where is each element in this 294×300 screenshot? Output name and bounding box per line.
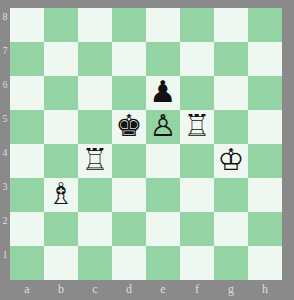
square-c2[interactable] bbox=[78, 212, 112, 246]
square-g4[interactable]: ♔ bbox=[214, 144, 248, 178]
square-b5[interactable] bbox=[44, 110, 78, 144]
square-c4[interactable]: ♖ bbox=[78, 144, 112, 178]
rank-label-7: 7 bbox=[0, 42, 10, 76]
file-label-a: a bbox=[10, 280, 44, 300]
piece-black-pawn: ♟ bbox=[150, 75, 177, 109]
file-label-b: b bbox=[44, 280, 78, 300]
square-b1[interactable] bbox=[44, 246, 78, 280]
square-f4[interactable] bbox=[180, 144, 214, 178]
chessboard-frame: 87654321 ♟♚♙♖♖♔♗ abcdefgh bbox=[0, 0, 294, 300]
square-d6[interactable] bbox=[112, 76, 146, 110]
file-labels: abcdefgh bbox=[10, 280, 282, 300]
file-label-f: f bbox=[180, 280, 214, 300]
square-b4[interactable] bbox=[44, 144, 78, 178]
rank-label-3: 3 bbox=[0, 178, 10, 212]
rank-label-1: 1 bbox=[0, 246, 10, 280]
square-b7[interactable] bbox=[44, 42, 78, 76]
square-c5[interactable] bbox=[78, 110, 112, 144]
square-g7[interactable] bbox=[214, 42, 248, 76]
square-g2[interactable] bbox=[214, 212, 248, 246]
square-h7[interactable] bbox=[248, 42, 282, 76]
rank-label-2: 2 bbox=[0, 212, 10, 246]
square-f1[interactable] bbox=[180, 246, 214, 280]
square-c6[interactable] bbox=[78, 76, 112, 110]
square-a7[interactable] bbox=[10, 42, 44, 76]
square-c8[interactable] bbox=[78, 8, 112, 42]
square-e2[interactable] bbox=[146, 212, 180, 246]
square-f3[interactable] bbox=[180, 178, 214, 212]
square-h4[interactable] bbox=[248, 144, 282, 178]
square-a6[interactable] bbox=[10, 76, 44, 110]
square-a2[interactable] bbox=[10, 212, 44, 246]
square-f6[interactable] bbox=[180, 76, 214, 110]
square-f7[interactable] bbox=[180, 42, 214, 76]
square-f5[interactable]: ♖ bbox=[180, 110, 214, 144]
square-d4[interactable] bbox=[112, 144, 146, 178]
rank-label-8: 8 bbox=[0, 8, 10, 42]
rank-label-4: 4 bbox=[0, 144, 10, 178]
square-d7[interactable] bbox=[112, 42, 146, 76]
chess-board: ♟♚♙♖♖♔♗ bbox=[10, 8, 282, 280]
square-b8[interactable] bbox=[44, 8, 78, 42]
square-e4[interactable] bbox=[146, 144, 180, 178]
square-a1[interactable] bbox=[10, 246, 44, 280]
rank-label-5: 5 bbox=[0, 110, 10, 144]
square-g8[interactable] bbox=[214, 8, 248, 42]
file-label-e: e bbox=[146, 280, 180, 300]
square-e6[interactable]: ♟ bbox=[146, 76, 180, 110]
square-f8[interactable] bbox=[180, 8, 214, 42]
square-e7[interactable] bbox=[146, 42, 180, 76]
file-label-g: g bbox=[214, 280, 248, 300]
square-e8[interactable] bbox=[146, 8, 180, 42]
square-a5[interactable] bbox=[10, 110, 44, 144]
piece-white-pawn: ♙ bbox=[150, 109, 177, 143]
square-b6[interactable] bbox=[44, 76, 78, 110]
file-label-d: d bbox=[112, 280, 146, 300]
square-g1[interactable] bbox=[214, 246, 248, 280]
rank-label-6: 6 bbox=[0, 76, 10, 110]
square-h1[interactable] bbox=[248, 246, 282, 280]
piece-black-king: ♚ bbox=[116, 109, 143, 143]
piece-white-rook: ♖ bbox=[82, 143, 109, 177]
file-label-h: h bbox=[248, 280, 282, 300]
square-h8[interactable] bbox=[248, 8, 282, 42]
square-h3[interactable] bbox=[248, 178, 282, 212]
piece-white-rook: ♖ bbox=[184, 109, 211, 143]
piece-white-king: ♔ bbox=[218, 143, 245, 177]
square-c3[interactable] bbox=[78, 178, 112, 212]
square-e1[interactable] bbox=[146, 246, 180, 280]
piece-white-bishop: ♗ bbox=[48, 177, 75, 211]
rank-labels: 87654321 bbox=[0, 8, 10, 280]
square-d5[interactable]: ♚ bbox=[112, 110, 146, 144]
square-b2[interactable] bbox=[44, 212, 78, 246]
square-h5[interactable] bbox=[248, 110, 282, 144]
square-a4[interactable] bbox=[10, 144, 44, 178]
square-h2[interactable] bbox=[248, 212, 282, 246]
square-d8[interactable] bbox=[112, 8, 146, 42]
square-a3[interactable] bbox=[10, 178, 44, 212]
square-a8[interactable] bbox=[10, 8, 44, 42]
square-c7[interactable] bbox=[78, 42, 112, 76]
square-g5[interactable] bbox=[214, 110, 248, 144]
square-e3[interactable] bbox=[146, 178, 180, 212]
square-f2[interactable] bbox=[180, 212, 214, 246]
square-g3[interactable] bbox=[214, 178, 248, 212]
file-label-c: c bbox=[78, 280, 112, 300]
square-d1[interactable] bbox=[112, 246, 146, 280]
square-b3[interactable]: ♗ bbox=[44, 178, 78, 212]
square-g6[interactable] bbox=[214, 76, 248, 110]
square-d2[interactable] bbox=[112, 212, 146, 246]
square-d3[interactable] bbox=[112, 178, 146, 212]
square-e5[interactable]: ♙ bbox=[146, 110, 180, 144]
square-c1[interactable] bbox=[78, 246, 112, 280]
square-h6[interactable] bbox=[248, 76, 282, 110]
